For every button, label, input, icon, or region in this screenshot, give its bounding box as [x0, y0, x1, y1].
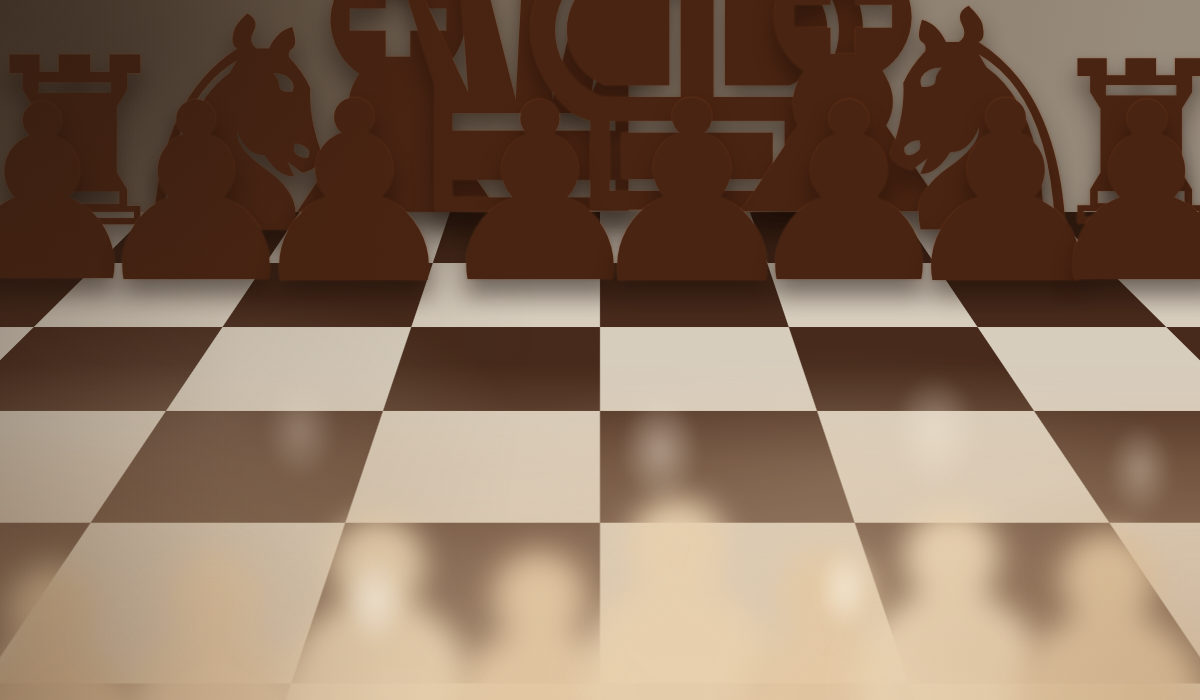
background-wall	[0, 0, 1200, 700]
chessboard-photo-scene: ♜♞♝♛♚♝♞♜♟♟♟♟♟♟♟♟ ♟♟♟♟♟♟♟♟	[0, 0, 1200, 700]
